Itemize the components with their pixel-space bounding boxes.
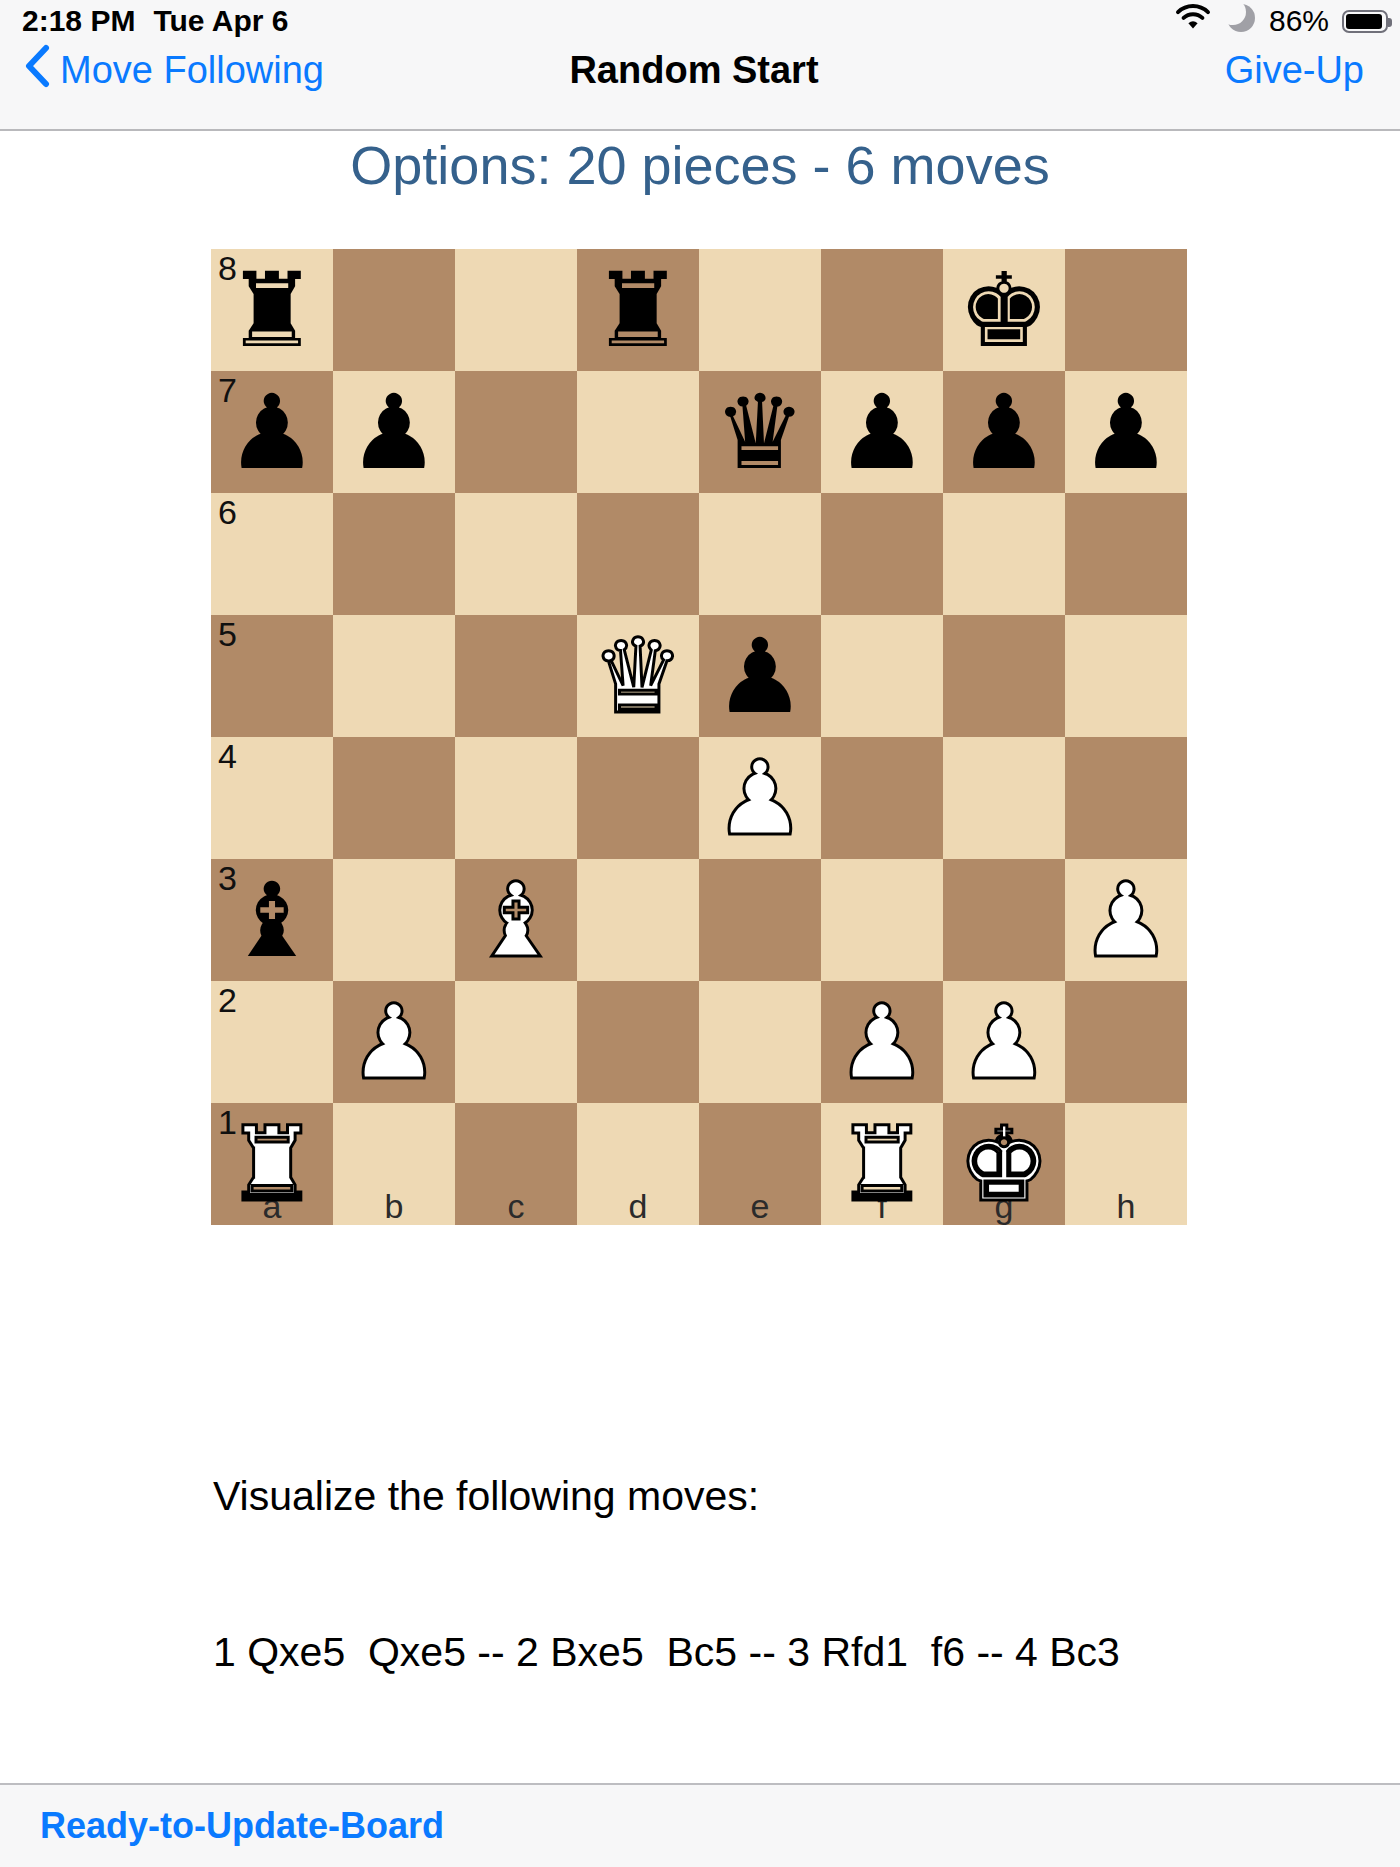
square-g2[interactable]: ♟	[943, 981, 1065, 1103]
square-c3[interactable]: ♝	[455, 859, 577, 981]
square-a5[interactable]: 5	[211, 615, 333, 737]
square-d1[interactable]: d	[577, 1103, 699, 1225]
wifi-icon	[1175, 4, 1211, 38]
square-a4[interactable]: 4	[211, 737, 333, 859]
battery-icon	[1342, 10, 1388, 33]
square-b3[interactable]	[333, 859, 455, 981]
back-button[interactable]: Move Following	[24, 44, 324, 97]
square-g4[interactable]	[943, 737, 1065, 859]
black-pawn-a7-piece[interactable]: ♟	[211, 371, 333, 493]
square-c7[interactable]	[455, 371, 577, 493]
file-label-e: e	[699, 1189, 821, 1225]
square-b5[interactable]	[333, 615, 455, 737]
file-label-d: d	[577, 1189, 699, 1225]
square-c4[interactable]	[455, 737, 577, 859]
square-a1[interactable]: 1a♜	[211, 1103, 333, 1225]
page-title: Options: 20 pieces - 6 moves	[0, 130, 1400, 200]
square-e3[interactable]	[699, 859, 821, 981]
square-d4[interactable]	[577, 737, 699, 859]
square-b1[interactable]: b	[333, 1103, 455, 1225]
square-d7[interactable]	[577, 371, 699, 493]
rank-label-2: 2	[218, 982, 237, 1019]
rank-label-5: 5	[218, 616, 237, 653]
battery-fill	[1346, 14, 1382, 29]
black-pawn-g7-piece[interactable]: ♟	[943, 371, 1065, 493]
square-h3[interactable]: ♟	[1065, 859, 1187, 981]
battery-percent: 86%	[1269, 4, 1329, 38]
moves-line-1: 1 Qxe5 Qxe5 -- 2 Bxe5 Bc5 -- 3 Rfd1 f6 -…	[213, 1626, 1313, 1678]
square-c8[interactable]	[455, 249, 577, 371]
white-king-g1-piece[interactable]: ♚	[943, 1103, 1065, 1225]
square-h1[interactable]: h	[1065, 1103, 1187, 1225]
black-rook-d8-piece[interactable]: ♜	[577, 249, 699, 371]
square-e5[interactable]: ♟	[699, 615, 821, 737]
square-f6[interactable]	[821, 493, 943, 615]
status-right: 86%	[1175, 2, 1388, 41]
white-queen-d5-piece[interactable]: ♛	[577, 615, 699, 737]
rank-label-4: 4	[218, 738, 237, 775]
square-e7[interactable]: ♛	[699, 371, 821, 493]
give-up-button[interactable]: Give-Up	[1225, 49, 1364, 92]
square-f8[interactable]	[821, 249, 943, 371]
square-a3[interactable]: 3♝	[211, 859, 333, 981]
battery-nub	[1388, 18, 1392, 27]
square-e4[interactable]: ♟	[699, 737, 821, 859]
square-g8[interactable]: ♚	[943, 249, 1065, 371]
nav-bar: Move Following Random Start Give-Up	[24, 44, 1364, 96]
black-pawn-f7-piece[interactable]: ♟	[821, 371, 943, 493]
square-a6[interactable]: 6	[211, 493, 333, 615]
square-f4[interactable]	[821, 737, 943, 859]
black-bishop-a3-piece[interactable]: ♝	[211, 859, 333, 981]
black-rook-a8-piece[interactable]: ♜	[211, 249, 333, 371]
moon-icon	[1224, 2, 1256, 41]
square-e2[interactable]	[699, 981, 821, 1103]
square-d8[interactable]: ♜	[577, 249, 699, 371]
file-label-b: b	[333, 1189, 455, 1225]
white-bishop-c3-piece[interactable]: ♝	[455, 859, 577, 981]
white-rook-f1-piece[interactable]: ♜	[821, 1103, 943, 1225]
back-chevron-icon	[24, 44, 50, 97]
square-b8[interactable]	[333, 249, 455, 371]
black-queen-e7-piece[interactable]: ♛	[699, 371, 821, 493]
square-g1[interactable]: g♚	[943, 1103, 1065, 1225]
square-g3[interactable]	[943, 859, 1065, 981]
square-e1[interactable]: e	[699, 1103, 821, 1225]
back-label: Move Following	[60, 49, 324, 92]
black-pawn-b7-piece[interactable]: ♟	[333, 371, 455, 493]
square-f1[interactable]: f♜	[821, 1103, 943, 1225]
white-rook-a1-piece[interactable]: ♜	[211, 1103, 333, 1225]
black-king-g8-piece[interactable]: ♚	[943, 249, 1065, 371]
square-b6[interactable]	[333, 493, 455, 615]
rank-label-6: 6	[218, 494, 237, 531]
square-c1[interactable]: c	[455, 1103, 577, 1225]
black-pawn-e5-piece[interactable]: ♟	[699, 615, 821, 737]
square-a2[interactable]: 2	[211, 981, 333, 1103]
square-d6[interactable]	[577, 493, 699, 615]
black-pawn-h7-piece[interactable]: ♟	[1065, 371, 1187, 493]
white-pawn-e4-piece[interactable]: ♟	[699, 737, 821, 859]
square-d3[interactable]	[577, 859, 699, 981]
white-pawn-b2-piece[interactable]: ♟	[333, 981, 455, 1103]
square-h6[interactable]	[1065, 493, 1187, 615]
square-h2[interactable]	[1065, 981, 1187, 1103]
chess-board: 8♜♜♚7♟♟♛♟♟♟65♛♟4♟3♝♝♟2♟♟♟1a♜bcdef♜g♚h	[211, 249, 1187, 1225]
status-bar: 2:18 PM Tue Apr 6 86%	[22, 2, 1388, 40]
header: 2:18 PM Tue Apr 6 86%	[0, 0, 1400, 131]
square-c5[interactable]	[455, 615, 577, 737]
white-pawn-h3-piece[interactable]: ♟	[1065, 859, 1187, 981]
square-f5[interactable]	[821, 615, 943, 737]
square-d5[interactable]: ♛	[577, 615, 699, 737]
square-b2[interactable]: ♟	[333, 981, 455, 1103]
square-a8[interactable]: 8♜	[211, 249, 333, 371]
status-time: 2:18 PM	[22, 4, 135, 38]
square-h7[interactable]: ♟	[1065, 371, 1187, 493]
square-g5[interactable]	[943, 615, 1065, 737]
square-d2[interactable]	[577, 981, 699, 1103]
white-pawn-f2-piece[interactable]: ♟	[821, 981, 943, 1103]
file-label-c: c	[455, 1189, 577, 1225]
square-e6[interactable]	[699, 493, 821, 615]
square-f2[interactable]: ♟	[821, 981, 943, 1103]
square-h8[interactable]	[1065, 249, 1187, 371]
app-screen: 2:18 PM Tue Apr 6 86%	[0, 0, 1400, 1867]
square-f3[interactable]	[821, 859, 943, 981]
square-h5[interactable]	[1065, 615, 1187, 737]
footer-bar: Ready-to-Update-Board	[0, 1783, 1400, 1867]
white-pawn-g2-piece[interactable]: ♟	[943, 981, 1065, 1103]
square-c6[interactable]	[455, 493, 577, 615]
square-g6[interactable]	[943, 493, 1065, 615]
square-g7[interactable]: ♟	[943, 371, 1065, 493]
square-c2[interactable]	[455, 981, 577, 1103]
square-e8[interactable]	[699, 249, 821, 371]
file-label-h: h	[1065, 1189, 1187, 1225]
square-h4[interactable]	[1065, 737, 1187, 859]
moves-prompt: Visualize the following moves:	[213, 1470, 1313, 1522]
square-f7[interactable]: ♟	[821, 371, 943, 493]
square-a7[interactable]: 7♟	[211, 371, 333, 493]
square-b4[interactable]	[333, 737, 455, 859]
status-date: Tue Apr 6	[153, 4, 288, 38]
status-left: 2:18 PM Tue Apr 6	[22, 4, 288, 38]
square-b7[interactable]: ♟	[333, 371, 455, 493]
footer-status-button[interactable]: Ready-to-Update-Board	[40, 1805, 444, 1847]
